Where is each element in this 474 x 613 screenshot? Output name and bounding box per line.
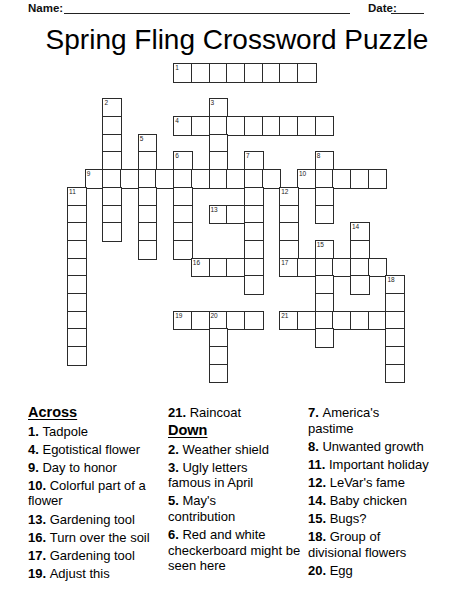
crossword-grid: 123456789101112131415161718192021 [68, 64, 404, 382]
clue-item-number: 15. [308, 511, 330, 526]
clue-item-down-6: 6. Red and white checkerboard might be s… [168, 527, 314, 574]
grid-cell[interactable] [369, 259, 387, 277]
clue-item-text: LeVar's fame [330, 475, 405, 490]
grid-cell[interactable]: 20 [210, 312, 228, 330]
clue-item-text: Egotistical flower [42, 442, 140, 457]
grid-cell[interactable] [245, 241, 263, 259]
grid-cell[interactable] [174, 188, 192, 206]
grid-cell[interactable]: 14 [351, 223, 369, 241]
grid-cell[interactable] [298, 259, 316, 277]
clue-number: 11 [69, 188, 76, 196]
grid-cell[interactable] [245, 188, 263, 206]
grid-cell[interactable] [68, 223, 86, 241]
grid-cell[interactable] [316, 276, 334, 294]
grid-cell[interactable] [68, 206, 86, 224]
grid-cell[interactable] [227, 259, 245, 277]
grid-cell[interactable] [316, 312, 334, 330]
grid-cell[interactable] [139, 206, 157, 224]
grid-cell[interactable] [245, 170, 263, 188]
clue-item-number: 13. [28, 512, 50, 527]
clue-item-text: Baby chicken [330, 493, 407, 508]
worksheet-page: Name: Date: Spring Fling Crossword Puzzl… [0, 0, 474, 613]
clue-item-number: 16. [28, 530, 50, 545]
clue-item-number: 9. [28, 460, 42, 475]
clue-item-number: 20. [308, 563, 330, 578]
clue-item-down-20: 20. Egg [308, 563, 466, 579]
grid-cell[interactable] [210, 170, 228, 188]
grid-cell[interactable] [227, 312, 245, 330]
grid-cell[interactable] [103, 117, 121, 135]
clue-number: 10 [299, 170, 306, 178]
grid-cell[interactable] [316, 206, 334, 224]
grid-cell[interactable]: 3 [210, 99, 228, 117]
grid-cell[interactable] [369, 312, 387, 330]
name-label: Name: [28, 2, 63, 14]
clue-item-number: 2. [168, 442, 182, 457]
clue-item-number: 3. [168, 460, 182, 475]
grid-cell[interactable] [192, 170, 210, 188]
clue-item-across-9: 9. Day to honor [28, 460, 168, 476]
grid-cell[interactable] [386, 365, 404, 383]
grid-cell[interactable]: 21 [280, 312, 298, 330]
grid-cell[interactable] [68, 329, 86, 347]
grid-cell[interactable] [68, 347, 86, 365]
clue-item-number: 18. [308, 529, 330, 544]
clue-item-across-19: 19. Adjust this [28, 566, 168, 582]
grid-cell[interactable] [103, 135, 121, 153]
clue-column-middle: 21. RaincoatDown2. Weather shield3. Ugly… [168, 405, 314, 576]
clue-item-text: Turn over the soil [50, 530, 150, 545]
clue-item-number: 17. [28, 548, 50, 563]
clue-number: 21 [281, 312, 288, 320]
clue-number: 9 [87, 170, 91, 178]
grid-cell[interactable]: 8 [316, 152, 334, 170]
grid-cell[interactable] [210, 152, 228, 170]
clue-item-number: 8. [308, 439, 322, 454]
clue-item-number: 14. [308, 493, 330, 508]
clue-number: 5 [140, 135, 144, 143]
clue-item-across-21: 21. Raincoat [168, 405, 314, 421]
clue-item-number: 7. [308, 405, 322, 420]
grid-cell[interactable] [68, 312, 86, 330]
clue-item-down-18: 18. Group of divisional flowers [308, 529, 466, 560]
clue-item-text: Day to honor [42, 460, 116, 475]
grid-cell[interactable] [227, 206, 245, 224]
clue-number: 18 [387, 276, 394, 284]
clue-number: 12 [281, 188, 288, 196]
grid-cell[interactable] [210, 135, 228, 153]
grid-cell[interactable] [121, 170, 139, 188]
clue-item-number: 19. [28, 566, 50, 581]
clue-column-across: Across1. Tadpole4. Egotistical flower9. … [28, 405, 168, 584]
clue-item-number: 5. [168, 493, 182, 508]
grid-cell[interactable] [369, 170, 387, 188]
grid-cell[interactable] [103, 188, 121, 206]
grid-cell[interactable]: 13 [210, 206, 228, 224]
grid-cell[interactable]: 15 [316, 241, 334, 259]
clue-item-text: Tadpole [42, 424, 88, 439]
grid-cell[interactable] [333, 170, 351, 188]
grid-cell[interactable] [263, 170, 281, 188]
grid-cell[interactable] [210, 365, 228, 383]
grid-cell[interactable]: 1 [174, 64, 192, 82]
clue-number: 6 [175, 152, 179, 160]
grid-cell[interactable] [139, 223, 157, 241]
clue-number: 17 [281, 259, 288, 267]
clue-item-text: Unwanted growth [322, 439, 423, 454]
grid-cell[interactable] [139, 152, 157, 170]
grid-cell[interactable] [174, 241, 192, 259]
grid-cell[interactable] [227, 64, 245, 82]
grid-cell[interactable] [386, 294, 404, 312]
grid-cell[interactable] [245, 276, 263, 294]
grid-cell[interactable] [263, 64, 281, 82]
clue-item-number: 4. [28, 442, 42, 457]
clue-number: 8 [317, 152, 321, 160]
grid-cell[interactable] [210, 259, 228, 277]
clue-item-across-1: 1. Tadpole [28, 424, 168, 440]
grid-cell[interactable]: 19 [174, 312, 192, 330]
clue-item-down-2: 2. Weather shield [168, 442, 314, 458]
grid-cell[interactable] [386, 329, 404, 347]
grid-cell[interactable] [351, 259, 369, 277]
grid-cell[interactable] [351, 312, 369, 330]
grid-cell[interactable] [139, 241, 157, 259]
grid-cell[interactable] [103, 206, 121, 224]
grid-cell[interactable] [210, 64, 228, 82]
clue-number: 13 [211, 206, 218, 214]
grid-cell[interactable] [227, 117, 245, 135]
clue-number: 4 [175, 117, 179, 125]
grid-cell[interactable] [192, 312, 210, 330]
clue-number: 2 [104, 99, 108, 107]
clue-item-down-7: 7. America's pastime [308, 405, 466, 436]
grid-cell[interactable] [298, 64, 316, 82]
clue-column-down: 7. America's pastime8. Unwanted growth11… [308, 405, 466, 581]
grid-cell[interactable] [68, 241, 86, 259]
grid-cell[interactable] [298, 312, 316, 330]
grid-cell[interactable] [280, 64, 298, 82]
grid-cell[interactable] [139, 188, 157, 206]
grid-cell[interactable]: 7 [245, 152, 263, 170]
clue-item-across-17: 17. Gardening tool [28, 548, 168, 564]
grid-cell[interactable]: 17 [280, 259, 298, 277]
grid-cell[interactable]: 2 [103, 99, 121, 117]
grid-cell[interactable] [280, 223, 298, 241]
clue-item-across-13: 13. Gardening tool [28, 512, 168, 528]
grid-cell[interactable] [316, 259, 334, 277]
clue-number: 3 [211, 99, 215, 107]
clue-item-down-5: 5. May's contribution [168, 493, 314, 524]
clue-item-text: Bugs? [330, 511, 367, 526]
grid-cell[interactable] [227, 170, 245, 188]
grid-cell[interactable]: 12 [280, 188, 298, 206]
grid-cell[interactable]: 16 [192, 259, 210, 277]
grid-cell[interactable] [103, 170, 121, 188]
clue-item-text: Adjust this [50, 566, 110, 581]
clue-item-text: Egg [330, 563, 353, 578]
grid-cell[interactable] [351, 276, 369, 294]
clue-item-down-3: 3. Ugly letters famous in April [168, 460, 314, 491]
grid-cell[interactable] [316, 329, 334, 347]
grid-cell[interactable] [245, 312, 263, 330]
grid-cell[interactable] [192, 64, 210, 82]
clue-item-down-11: 11. Important holiday [308, 457, 466, 473]
grid-cell[interactable] [316, 188, 334, 206]
clue-item-text: Important holiday [329, 457, 429, 472]
grid-cell[interactable] [245, 64, 263, 82]
grid-cell[interactable]: 4 [174, 117, 192, 135]
clue-item-across-4: 4. Egotistical flower [28, 442, 168, 458]
grid-cell[interactable] [174, 206, 192, 224]
grid-cell[interactable]: 5 [139, 135, 157, 153]
grid-cell[interactable]: 18 [386, 276, 404, 294]
grid-cell[interactable] [280, 241, 298, 259]
clue-number: 16 [193, 259, 200, 267]
clue-item-number: 6. [168, 527, 182, 542]
grid-cell[interactable]: 10 [298, 170, 316, 188]
grid-cell[interactable] [245, 259, 263, 277]
grid-cell[interactable]: 11 [68, 188, 86, 206]
clue-item-down-15: 15. Bugs? [308, 511, 466, 527]
grid-cell[interactable] [210, 329, 228, 347]
across-header: Across [28, 405, 168, 421]
clue-item-across-16: 16. Turn over the soil [28, 530, 168, 546]
clue-item-text: Raincoat [190, 405, 241, 420]
grid-cell[interactable] [156, 170, 174, 188]
date-line[interactable] [391, 2, 424, 14]
grid-cell[interactable] [316, 170, 334, 188]
grid-cell[interactable] [210, 347, 228, 365]
clue-item-number: 10. [28, 478, 50, 493]
clue-item-number: 1. [28, 424, 42, 439]
page-title: Spring Fling Crossword Puzzle [0, 24, 474, 56]
clue-item-down-12: 12. LeVar's fame [308, 475, 466, 491]
clue-item-number: 12. [308, 475, 330, 490]
clue-number: 7 [246, 152, 250, 160]
grid-cell[interactable] [68, 294, 86, 312]
grid-cell[interactable] [333, 259, 351, 277]
grid-cell[interactable]: 9 [86, 170, 104, 188]
clue-number: 19 [175, 312, 182, 320]
grid-cell[interactable] [245, 223, 263, 241]
grid-cell[interactable] [386, 312, 404, 330]
clue-item-number: 11. [308, 457, 329, 472]
grid-cell[interactable] [280, 117, 298, 135]
clue-item-text: Gardening tool [50, 548, 135, 563]
grid-cell[interactable] [103, 223, 121, 241]
clue-item-across-10: 10. Colorful part of a flower [28, 478, 168, 509]
clue-item-down-14: 14. Baby chicken [308, 493, 466, 509]
clue-number: 15 [317, 241, 324, 249]
grid-cell[interactable] [298, 117, 316, 135]
grid-cell[interactable] [68, 276, 86, 294]
grid-cell[interactable] [192, 117, 210, 135]
clue-number: 20 [211, 312, 218, 320]
name-line[interactable] [64, 2, 350, 14]
grid-cell[interactable] [333, 312, 351, 330]
grid-cell[interactable] [351, 241, 369, 259]
grid-cell[interactable] [316, 294, 334, 312]
grid-cell[interactable] [245, 117, 263, 135]
clue-number: 1 [175, 64, 179, 72]
grid-cell[interactable] [386, 347, 404, 365]
clue-item-down-8: 8. Unwanted growth [308, 439, 466, 455]
clue-item-text: Gardening tool [50, 512, 135, 527]
grid-cell[interactable] [245, 206, 263, 224]
grid-cell[interactable] [103, 152, 121, 170]
grid-cell[interactable] [351, 170, 369, 188]
grid-cell[interactable] [139, 170, 157, 188]
grid-cell[interactable] [174, 170, 192, 188]
grid-cell[interactable] [316, 117, 334, 135]
grid-cell[interactable] [68, 259, 86, 277]
down-header: Down [168, 423, 314, 439]
clue-item-number: 21. [168, 405, 190, 420]
grid-cell[interactable] [210, 117, 228, 135]
grid-cell[interactable]: 6 [174, 152, 192, 170]
grid-cell[interactable] [174, 223, 192, 241]
clue-item-text: Weather shield [182, 442, 268, 457]
grid-cell[interactable] [263, 117, 281, 135]
clue-item-text: Red and white checkerboard might be seen… [168, 527, 300, 573]
clue-number: 14 [352, 223, 359, 231]
grid-cell[interactable] [280, 206, 298, 224]
